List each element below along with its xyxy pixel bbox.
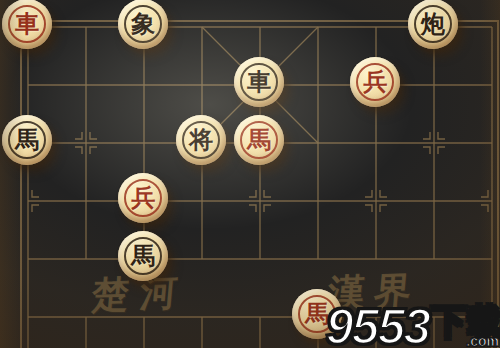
black-piece-glyph: 炮 <box>421 12 445 36</box>
black-piece-glyph: 車 <box>247 70 271 94</box>
piece-black-chariot[interactable]: 車 <box>234 57 284 107</box>
piece-red-chariot[interactable]: 車 <box>2 0 52 49</box>
red-piece-glyph: 兵 <box>363 70 387 94</box>
piece-black-elephant[interactable]: 象 <box>118 0 168 49</box>
board-grid-lines <box>0 0 500 348</box>
piece-red-soldier[interactable]: 兵 <box>350 57 400 107</box>
black-piece-glyph: 馬 <box>131 244 155 268</box>
piece-red-horse[interactable]: 馬 <box>292 289 342 339</box>
black-piece-glyph: 将 <box>189 128 213 152</box>
red-piece-glyph: 馬 <box>305 302 329 326</box>
red-piece-glyph: 馬 <box>247 128 271 152</box>
black-piece-glyph: 馬 <box>15 128 39 152</box>
red-piece-glyph: 兵 <box>131 186 155 210</box>
black-piece-glyph: 象 <box>131 12 155 36</box>
red-piece-glyph: 車 <box>15 12 39 36</box>
piece-red-soldier[interactable]: 兵 <box>118 173 168 223</box>
xiangqi-board: 楚河 漢界 車象炮車兵馬将馬兵馬馬 9553 下载 .com <box>0 0 500 348</box>
piece-black-cannon[interactable]: 炮 <box>408 0 458 49</box>
piece-black-horse[interactable]: 馬 <box>2 115 52 165</box>
piece-black-general[interactable]: 将 <box>176 115 226 165</box>
piece-black-horse[interactable]: 馬 <box>118 231 168 281</box>
piece-red-horse[interactable]: 馬 <box>234 115 284 165</box>
